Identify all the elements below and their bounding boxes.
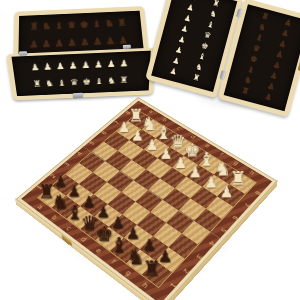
coordinate-label: 6 [101,130,109,135]
coordinate-label: 3 [63,162,71,168]
piece-black-rook: ♜ [141,257,162,279]
coordinate-label: 4 [76,151,84,157]
coordinate-label: h [248,170,255,176]
chess-board: ♜♞♝♛♚♝♞♜♟♟♟♟♟♟♟♟♟♟♟♟♟♟♟♟♜♞♝♛♚♝♞♜ abcdefg… [17,98,276,300]
chessboard-perspective-view: ♜♞♝♛♚♝♞♜♟♟♟♟♟♟♟♟♟♟♟♟♟♟♟♟♜♞♝♛♚♝♞♜ abcdefg… [0,0,300,300]
product-photo-scene: ♜♞♝♛♚♝♞♜ ♟♟♟♟♟♟♟♟ ♟♟♟♟♟♟♟♟ ♜♞♝♛♚♝♞♜ ♟♟♟♟… [0,0,300,300]
board-grid: ♜♞♝♛♚♝♞♜♟♟♟♟♟♟♟♟♟♟♟♟♟♟♟♟♜♞♝♛♚♝♞♜ [39,112,256,287]
coordinate-label: f [218,152,224,157]
piece-white-pawn: ♟ [217,180,236,200]
coordinate-label: 5 [89,140,97,146]
